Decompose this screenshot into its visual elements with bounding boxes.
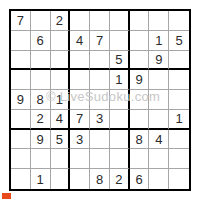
cell-r6c6[interactable] <box>110 110 130 130</box>
cell-r8c9[interactable] <box>169 149 189 169</box>
cell-r4c1[interactable] <box>11 70 31 90</box>
cell-r7c4: 3 <box>70 130 90 150</box>
cell-r5c6[interactable] <box>110 90 130 110</box>
cell-r3c1[interactable] <box>11 51 31 71</box>
cell-r7c6[interactable] <box>110 130 130 150</box>
cell-r9c7: 6 <box>130 169 150 189</box>
cell-r5c7[interactable] <box>130 90 150 110</box>
cell-r8c6[interactable] <box>110 149 130 169</box>
cell-r2c5: 7 <box>90 31 110 51</box>
cell-r6c4: 7 <box>70 110 90 130</box>
cell-r1c4[interactable] <box>70 11 90 31</box>
cell-r5c3: 1 <box>51 90 71 110</box>
logo-mark <box>2 193 11 199</box>
cell-r4c9[interactable] <box>169 70 189 90</box>
cell-r1c2[interactable] <box>31 11 51 31</box>
sudoku-board: 7264715591998124731953841826 <box>9 9 191 191</box>
cell-r4c5[interactable] <box>90 70 110 90</box>
cell-r1c3: 2 <box>51 11 71 31</box>
cell-r5c5[interactable] <box>90 90 110 110</box>
cell-r8c3[interactable] <box>51 149 71 169</box>
cell-r5c4[interactable] <box>70 90 90 110</box>
cell-r2c9: 5 <box>169 31 189 51</box>
cell-r8c7[interactable] <box>130 149 150 169</box>
cell-r6c9: 1 <box>169 110 189 130</box>
cell-r9c2: 1 <box>31 169 51 189</box>
cell-r2c6[interactable] <box>110 31 130 51</box>
cell-r9c8[interactable] <box>149 169 169 189</box>
cell-r2c8: 1 <box>149 31 169 51</box>
cell-r7c1[interactable] <box>11 130 31 150</box>
cell-r4c6: 1 <box>110 70 130 90</box>
cell-r4c7: 9 <box>130 70 150 90</box>
cell-r1c8[interactable] <box>149 11 169 31</box>
cell-r8c1[interactable] <box>11 149 31 169</box>
cell-r7c8: 4 <box>149 130 169 150</box>
cell-r9c1[interactable] <box>11 169 31 189</box>
cell-r7c7: 8 <box>130 130 150 150</box>
cell-r5c8[interactable] <box>149 90 169 110</box>
cell-r5c1: 9 <box>11 90 31 110</box>
cell-r5c9[interactable] <box>169 90 189 110</box>
cell-r3c3[interactable] <box>51 51 71 71</box>
cell-r3c8: 9 <box>149 51 169 71</box>
cell-r6c3: 4 <box>51 110 71 130</box>
cell-r9c6: 2 <box>110 169 130 189</box>
cell-r1c7[interactable] <box>130 11 150 31</box>
cell-r2c3[interactable] <box>51 31 71 51</box>
cell-r9c3[interactable] <box>51 169 71 189</box>
cell-r3c5[interactable] <box>90 51 110 71</box>
cell-r5c2: 8 <box>31 90 51 110</box>
cell-r7c9[interactable] <box>169 130 189 150</box>
cell-r2c7[interactable] <box>130 31 150 51</box>
cell-r8c8[interactable] <box>149 149 169 169</box>
cell-r2c4: 4 <box>70 31 90 51</box>
cell-r8c4[interactable] <box>70 149 90 169</box>
cell-r4c8[interactable] <box>149 70 169 90</box>
cell-r1c9[interactable] <box>169 11 189 31</box>
cell-r3c2[interactable] <box>31 51 51 71</box>
cell-r3c6: 5 <box>110 51 130 71</box>
cell-r6c5: 3 <box>90 110 110 130</box>
cell-r2c2: 6 <box>31 31 51 51</box>
cell-r4c3[interactable] <box>51 70 71 90</box>
cell-r8c2[interactable] <box>31 149 51 169</box>
cell-r3c4[interactable] <box>70 51 90 71</box>
cell-r3c7[interactable] <box>130 51 150 71</box>
cell-r8c5[interactable] <box>90 149 110 169</box>
cell-r4c4[interactable] <box>70 70 90 90</box>
cell-r7c3: 5 <box>51 130 71 150</box>
cell-r6c1[interactable] <box>11 110 31 130</box>
cell-r6c8[interactable] <box>149 110 169 130</box>
cell-r4c2[interactable] <box>31 70 51 90</box>
cell-r2c1[interactable] <box>11 31 31 51</box>
cell-r9c5: 8 <box>90 169 110 189</box>
cell-r6c7[interactable] <box>130 110 150 130</box>
cell-r7c2: 9 <box>31 130 51 150</box>
cell-r1c5[interactable] <box>90 11 110 31</box>
cell-r1c6[interactable] <box>110 11 130 31</box>
cell-r9c4[interactable] <box>70 169 90 189</box>
cell-r1c1: 7 <box>11 11 31 31</box>
cell-r7c5[interactable] <box>90 130 110 150</box>
cell-r6c2: 2 <box>31 110 51 130</box>
cell-r9c9[interactable] <box>169 169 189 189</box>
cell-r3c9[interactable] <box>169 51 189 71</box>
